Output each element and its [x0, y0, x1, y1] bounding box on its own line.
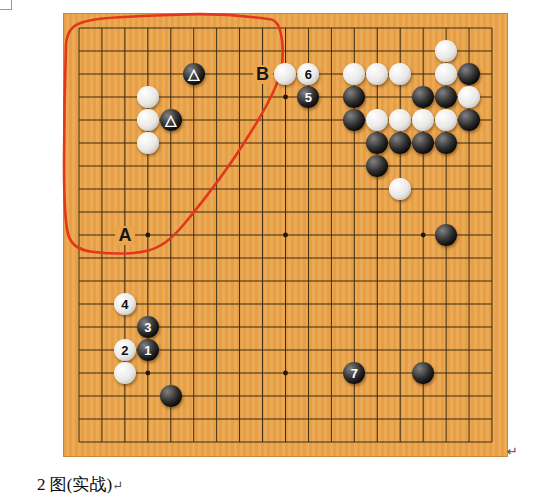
paragraph-mark-board: ↵ — [507, 444, 518, 459]
diagram-caption: 2 图(实战)↵ — [37, 473, 123, 496]
cropped-box-fragment — [0, 0, 12, 10]
caption-text: 2 图(实战) — [37, 475, 112, 494]
paragraph-mark-caption: ↵ — [112, 478, 123, 493]
go-board[interactable] — [63, 13, 508, 457]
